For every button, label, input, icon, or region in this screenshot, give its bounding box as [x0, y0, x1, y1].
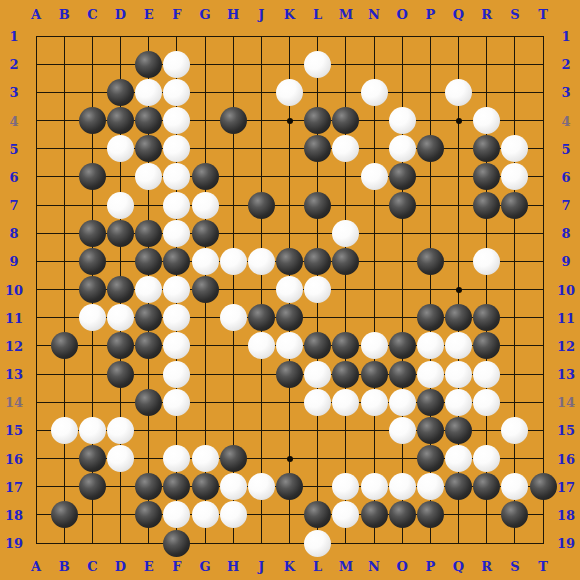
col-label-bottom-B: B	[59, 560, 70, 573]
row-label-right-9: 9	[561, 255, 570, 268]
stone-white-D16[interactable]	[107, 445, 134, 472]
col-label-bottom-G: G	[199, 560, 210, 573]
col-label-top-B: B	[59, 8, 70, 21]
col-label-bottom-Q: Q	[453, 560, 464, 573]
stone-white-J12[interactable]	[248, 332, 275, 359]
row-label-right-14: 14	[557, 396, 575, 409]
row-label-left-15: 15	[5, 424, 23, 437]
row-label-left-4: 4	[9, 114, 18, 127]
stone-white-M17[interactable]	[332, 473, 359, 500]
stone-black-D12[interactable]	[107, 332, 134, 359]
stone-white-J9[interactable]	[248, 248, 275, 275]
stone-black-H16[interactable]	[220, 445, 247, 472]
row-label-left-10: 10	[5, 283, 23, 296]
col-label-top-J: J	[258, 8, 264, 21]
stone-black-M12[interactable]	[332, 332, 359, 359]
stone-white-B15[interactable]	[51, 417, 78, 444]
stone-black-E18[interactable]	[135, 501, 162, 528]
stone-white-L2[interactable]	[304, 51, 331, 78]
col-label-top-K: K	[284, 8, 295, 21]
row-label-left-12: 12	[5, 339, 23, 352]
grid-line-horizontal	[36, 514, 544, 515]
stone-white-K12[interactable]	[276, 332, 303, 359]
stone-white-R4[interactable]	[473, 107, 500, 134]
stone-black-G10[interactable]	[192, 276, 219, 303]
stone-black-H4[interactable]	[220, 107, 247, 134]
star-point-K16	[287, 456, 293, 462]
col-label-top-O: O	[396, 8, 407, 21]
stone-black-Q17[interactable]	[445, 473, 472, 500]
stone-white-D15[interactable]	[107, 417, 134, 444]
stone-black-G8[interactable]	[192, 220, 219, 247]
grid-line-vertical	[543, 36, 544, 544]
stone-white-F2[interactable]	[163, 51, 190, 78]
stone-black-O13[interactable]	[389, 361, 416, 388]
stone-black-F19[interactable]	[163, 530, 190, 557]
stone-white-D11[interactable]	[107, 304, 134, 331]
stone-black-N13[interactable]	[361, 361, 388, 388]
stone-black-C10[interactable]	[79, 276, 106, 303]
stone-white-H9[interactable]	[220, 248, 247, 275]
stone-white-E6[interactable]	[135, 163, 162, 190]
stone-white-O15[interactable]	[389, 417, 416, 444]
stone-black-F17[interactable]	[163, 473, 190, 500]
col-label-bottom-C: C	[87, 560, 97, 573]
stone-black-Q15[interactable]	[445, 417, 472, 444]
stone-black-O6[interactable]	[389, 163, 416, 190]
col-label-bottom-P: P	[425, 560, 435, 573]
stone-black-R17[interactable]	[473, 473, 500, 500]
row-label-right-7: 7	[561, 199, 570, 212]
stone-white-G16[interactable]	[192, 445, 219, 472]
stone-white-F7[interactable]	[163, 192, 190, 219]
stone-white-F3[interactable]	[163, 79, 190, 106]
stone-black-E11[interactable]	[135, 304, 162, 331]
col-label-top-L: L	[313, 8, 322, 21]
stone-black-Q11[interactable]	[445, 304, 472, 331]
stone-black-P11[interactable]	[417, 304, 444, 331]
stone-black-L4[interactable]	[304, 107, 331, 134]
row-label-left-16: 16	[5, 452, 23, 465]
row-label-left-6: 6	[9, 170, 18, 183]
stone-black-G17[interactable]	[192, 473, 219, 500]
stone-black-L18[interactable]	[304, 501, 331, 528]
stone-black-D8[interactable]	[107, 220, 134, 247]
stone-white-Q16[interactable]	[445, 445, 472, 472]
stone-white-R16[interactable]	[473, 445, 500, 472]
stone-black-G6[interactable]	[192, 163, 219, 190]
row-label-right-5: 5	[561, 142, 570, 155]
col-label-bottom-K: K	[284, 560, 295, 573]
stone-white-R13[interactable]	[473, 361, 500, 388]
star-point-Q4	[456, 118, 462, 124]
grid-line-vertical	[514, 36, 515, 544]
row-label-left-8: 8	[9, 227, 18, 240]
stone-white-M18[interactable]	[332, 501, 359, 528]
stone-white-J17[interactable]	[248, 473, 275, 500]
col-label-top-M: M	[339, 8, 353, 21]
stone-black-D13[interactable]	[107, 361, 134, 388]
col-label-bottom-R: R	[481, 560, 492, 573]
stone-white-S15[interactable]	[501, 417, 528, 444]
stone-black-D4[interactable]	[107, 107, 134, 134]
stone-black-T17[interactable]	[530, 473, 557, 500]
grid-line-vertical	[374, 36, 375, 544]
stone-white-N3[interactable]	[361, 79, 388, 106]
stone-white-M5[interactable]	[332, 135, 359, 162]
row-label-right-18: 18	[557, 508, 575, 521]
row-label-right-13: 13	[557, 368, 575, 381]
col-label-bottom-D: D	[115, 560, 126, 573]
col-label-bottom-N: N	[368, 560, 380, 573]
row-label-right-2: 2	[561, 58, 570, 71]
stone-black-P14[interactable]	[417, 389, 444, 416]
stone-white-R14[interactable]	[473, 389, 500, 416]
stone-white-O4[interactable]	[389, 107, 416, 134]
stone-black-J11[interactable]	[248, 304, 275, 331]
stone-white-O17[interactable]	[389, 473, 416, 500]
stone-black-C6[interactable]	[79, 163, 106, 190]
col-label-top-N: N	[368, 8, 380, 21]
col-label-bottom-F: F	[172, 560, 181, 573]
stone-white-N6[interactable]	[361, 163, 388, 190]
col-label-top-G: G	[199, 8, 210, 21]
stone-white-G7[interactable]	[192, 192, 219, 219]
row-label-left-3: 3	[9, 86, 18, 99]
stone-white-F12[interactable]	[163, 332, 190, 359]
stone-black-F9[interactable]	[163, 248, 190, 275]
col-label-top-H: H	[227, 8, 239, 21]
stone-white-S5[interactable]	[501, 135, 528, 162]
stone-white-N17[interactable]	[361, 473, 388, 500]
col-label-top-T: T	[538, 8, 548, 21]
col-label-top-D: D	[115, 8, 126, 21]
col-label-bottom-J: J	[258, 560, 264, 573]
col-label-top-C: C	[87, 8, 97, 21]
stone-black-E17[interactable]	[135, 473, 162, 500]
stone-white-H17[interactable]	[220, 473, 247, 500]
stone-black-M9[interactable]	[332, 248, 359, 275]
stone-white-C11[interactable]	[79, 304, 106, 331]
row-label-right-17: 17	[557, 480, 575, 493]
row-label-right-19: 19	[557, 537, 575, 550]
stone-black-E12[interactable]	[135, 332, 162, 359]
stone-black-P5[interactable]	[417, 135, 444, 162]
col-label-bottom-H: H	[227, 560, 239, 573]
col-label-bottom-M: M	[339, 560, 353, 573]
stone-white-Q14[interactable]	[445, 389, 472, 416]
stone-white-O5[interactable]	[389, 135, 416, 162]
stone-white-D5[interactable]	[107, 135, 134, 162]
stone-white-F14[interactable]	[163, 389, 190, 416]
stone-black-L12[interactable]	[304, 332, 331, 359]
col-label-top-A: A	[31, 8, 41, 21]
stone-white-K3[interactable]	[276, 79, 303, 106]
stone-black-L9[interactable]	[304, 248, 331, 275]
row-label-right-8: 8	[561, 227, 570, 240]
row-label-right-1: 1	[561, 30, 570, 43]
stone-white-R9[interactable]	[473, 248, 500, 275]
stone-white-N14[interactable]	[361, 389, 388, 416]
stone-black-E14[interactable]	[135, 389, 162, 416]
stone-white-L10[interactable]	[304, 276, 331, 303]
col-label-top-P: P	[425, 8, 435, 21]
stone-black-K11[interactable]	[276, 304, 303, 331]
stone-white-Q3[interactable]	[445, 79, 472, 106]
stone-black-C8[interactable]	[79, 220, 106, 247]
stone-white-S6[interactable]	[501, 163, 528, 190]
stone-white-D7[interactable]	[107, 192, 134, 219]
stone-black-C9[interactable]	[79, 248, 106, 275]
stone-black-K9[interactable]	[276, 248, 303, 275]
stone-white-M8[interactable]	[332, 220, 359, 247]
stone-black-L5[interactable]	[304, 135, 331, 162]
row-label-right-10: 10	[557, 283, 575, 296]
stone-white-F16[interactable]	[163, 445, 190, 472]
stone-black-R6[interactable]	[473, 163, 500, 190]
col-label-top-R: R	[481, 8, 492, 21]
row-label-right-11: 11	[557, 311, 575, 324]
stone-black-C16[interactable]	[79, 445, 106, 472]
stone-black-E2[interactable]	[135, 51, 162, 78]
stone-black-K13[interactable]	[276, 361, 303, 388]
stone-white-F6[interactable]	[163, 163, 190, 190]
stone-black-E8[interactable]	[135, 220, 162, 247]
row-label-right-15: 15	[557, 424, 575, 437]
stone-black-C17[interactable]	[79, 473, 106, 500]
col-label-bottom-T: T	[538, 560, 548, 573]
col-label-bottom-S: S	[510, 560, 519, 573]
stone-black-M13[interactable]	[332, 361, 359, 388]
stone-black-P18[interactable]	[417, 501, 444, 528]
row-label-left-19: 19	[5, 537, 23, 550]
stone-black-M4[interactable]	[332, 107, 359, 134]
row-label-right-12: 12	[557, 339, 575, 352]
col-label-bottom-A: A	[31, 560, 41, 573]
stone-white-F4[interactable]	[163, 107, 190, 134]
col-label-top-F: F	[172, 8, 181, 21]
stone-white-G9[interactable]	[192, 248, 219, 275]
stone-white-Q13[interactable]	[445, 361, 472, 388]
stone-white-F8[interactable]	[163, 220, 190, 247]
row-label-left-9: 9	[9, 255, 18, 268]
row-label-right-6: 6	[561, 170, 570, 183]
row-label-left-14: 14	[5, 396, 23, 409]
stone-white-P13[interactable]	[417, 361, 444, 388]
stone-white-F13[interactable]	[163, 361, 190, 388]
row-label-left-7: 7	[9, 199, 18, 212]
stone-white-P12[interactable]	[417, 332, 444, 359]
stone-black-R7[interactable]	[473, 192, 500, 219]
stone-white-F18[interactable]	[163, 501, 190, 528]
stone-black-C4[interactable]	[79, 107, 106, 134]
go-board[interactable]: AABBCCDDEEFFGGHHJJKKLLMMNNOOPPQQRRSSTT11…	[0, 0, 580, 580]
stone-white-F10[interactable]	[163, 276, 190, 303]
stone-black-D3[interactable]	[107, 79, 134, 106]
stone-white-S17[interactable]	[501, 473, 528, 500]
stone-black-P9[interactable]	[417, 248, 444, 275]
stone-white-O14[interactable]	[389, 389, 416, 416]
stone-white-L19[interactable]	[304, 530, 331, 557]
row-label-right-4: 4	[561, 114, 570, 127]
stone-black-S7[interactable]	[501, 192, 528, 219]
stone-white-H11[interactable]	[220, 304, 247, 331]
star-point-Q10	[456, 287, 462, 293]
col-label-top-E: E	[144, 8, 154, 21]
stone-white-L13[interactable]	[304, 361, 331, 388]
stone-black-B18[interactable]	[51, 501, 78, 528]
row-label-left-1: 1	[9, 30, 18, 43]
star-point-K4	[287, 118, 293, 124]
stone-white-K10[interactable]	[276, 276, 303, 303]
stone-white-E10[interactable]	[135, 276, 162, 303]
stone-white-C15[interactable]	[79, 417, 106, 444]
row-label-left-13: 13	[5, 368, 23, 381]
stone-black-D10[interactable]	[107, 276, 134, 303]
stone-white-E3[interactable]	[135, 79, 162, 106]
stone-black-P16[interactable]	[417, 445, 444, 472]
stone-black-R12[interactable]	[473, 332, 500, 359]
col-label-bottom-E: E	[144, 560, 154, 573]
row-label-left-18: 18	[5, 508, 23, 521]
col-label-top-Q: Q	[453, 8, 464, 21]
stone-white-P17[interactable]	[417, 473, 444, 500]
row-label-right-3: 3	[561, 86, 570, 99]
col-label-bottom-L: L	[313, 560, 322, 573]
stone-black-N18[interactable]	[361, 501, 388, 528]
stone-black-E5[interactable]	[135, 135, 162, 162]
stone-black-K17[interactable]	[276, 473, 303, 500]
stone-black-O7[interactable]	[389, 192, 416, 219]
row-label-left-17: 17	[5, 480, 23, 493]
stone-black-R11[interactable]	[473, 304, 500, 331]
stone-white-H18[interactable]	[220, 501, 247, 528]
stone-white-Q12[interactable]	[445, 332, 472, 359]
stone-black-P15[interactable]	[417, 417, 444, 444]
stone-white-L14[interactable]	[304, 389, 331, 416]
stone-white-F11[interactable]	[163, 304, 190, 331]
row-label-right-16: 16	[557, 452, 575, 465]
stone-black-L7[interactable]	[304, 192, 331, 219]
row-label-left-11: 11	[5, 311, 23, 324]
col-label-bottom-O: O	[396, 560, 407, 573]
stone-black-E9[interactable]	[135, 248, 162, 275]
stone-white-F5[interactable]	[163, 135, 190, 162]
stone-white-N12[interactable]	[361, 332, 388, 359]
stone-black-J7[interactable]	[248, 192, 275, 219]
stone-black-O18[interactable]	[389, 501, 416, 528]
stone-white-G18[interactable]	[192, 501, 219, 528]
stone-black-R5[interactable]	[473, 135, 500, 162]
stone-black-E4[interactable]	[135, 107, 162, 134]
stone-white-M14[interactable]	[332, 389, 359, 416]
stone-black-O12[interactable]	[389, 332, 416, 359]
row-label-left-5: 5	[9, 142, 18, 155]
row-label-left-2: 2	[9, 58, 18, 71]
col-label-top-S: S	[510, 8, 519, 21]
stone-black-B12[interactable]	[51, 332, 78, 359]
stone-black-S18[interactable]	[501, 501, 528, 528]
grid-line-horizontal	[36, 543, 544, 544]
